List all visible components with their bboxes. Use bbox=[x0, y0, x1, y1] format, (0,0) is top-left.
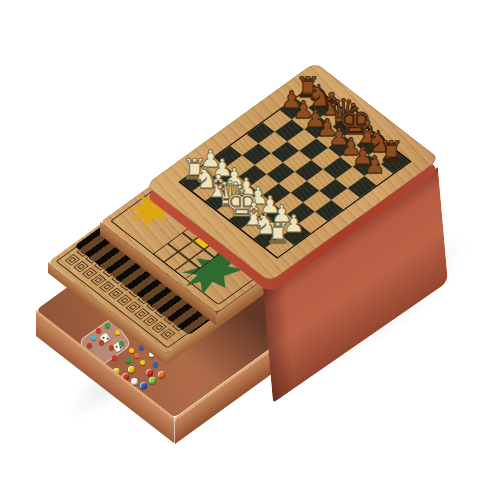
game-peg bbox=[119, 341, 124, 346]
marble bbox=[140, 382, 147, 389]
game-peg bbox=[134, 353, 139, 358]
game-peg bbox=[126, 358, 131, 363]
marble bbox=[149, 377, 156, 384]
game-peg bbox=[96, 328, 101, 333]
game-peg bbox=[99, 340, 104, 345]
game-peg bbox=[140, 360, 145, 365]
marble bbox=[146, 369, 153, 376]
game-peg bbox=[112, 355, 117, 360]
marble bbox=[158, 371, 165, 378]
game-peg bbox=[153, 362, 158, 367]
game-peg bbox=[109, 345, 114, 350]
product-photo-multi-game-chess-box[interactable]: ♜♞♟♝♟♛♟♚♟♝♟♞♟♜♟♟♟♟♜♟♞♟♝♟♛♟♚♟♝♟♞♜ bbox=[0, 0, 500, 500]
marble bbox=[128, 366, 135, 373]
game-peg bbox=[91, 335, 96, 340]
game-peg bbox=[115, 330, 120, 335]
game-peg bbox=[129, 348, 134, 353]
game-peg bbox=[105, 323, 110, 328]
game-peg bbox=[87, 343, 92, 348]
